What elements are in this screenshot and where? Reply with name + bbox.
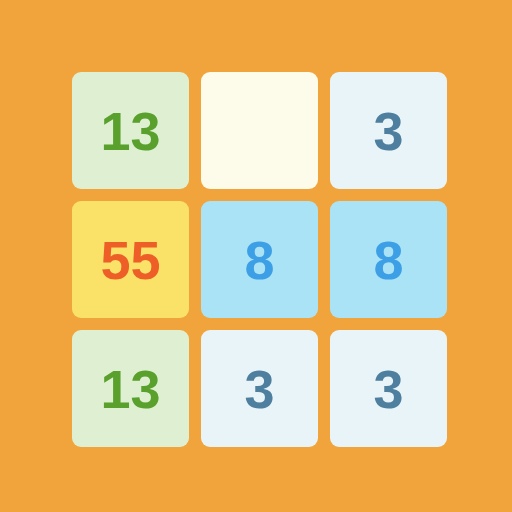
tile-r2c1[interactable]: 55 [72, 201, 189, 318]
tile-r1c3[interactable]: 3 [330, 72, 447, 189]
tile-r1c1[interactable]: 13 [72, 72, 189, 189]
tile-r2c2[interactable]: 8 [201, 201, 318, 318]
tile-r2c3[interactable]: 8 [330, 201, 447, 318]
tile-r3c3[interactable]: 3 [330, 330, 447, 447]
tile-r1c2[interactable] [201, 72, 318, 189]
game-board[interactable]: 13 3 55 8 8 13 3 3 [72, 72, 447, 447]
tile-r3c2[interactable]: 3 [201, 330, 318, 447]
tile-r3c1[interactable]: 13 [72, 330, 189, 447]
